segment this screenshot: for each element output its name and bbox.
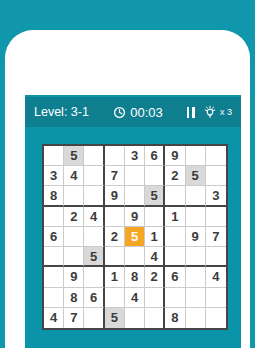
sudoku-cell-r8c3[interactable]: 6 xyxy=(84,288,104,308)
sudoku-cell-r6c7[interactable] xyxy=(165,247,185,267)
sudoku-cell-r3c5[interactable] xyxy=(125,186,145,206)
sudoku-cell-r7c9[interactable]: 4 xyxy=(206,267,226,287)
sudoku-cell-r2c7[interactable]: 2 xyxy=(165,166,185,186)
sudoku-cell-r5c8[interactable]: 9 xyxy=(186,227,206,247)
game-screen: Level: 3-1 00:03 xyxy=(25,95,241,348)
sudoku-cell-r3c6[interactable]: 5 xyxy=(145,186,165,206)
sudoku-cell-r2c6[interactable] xyxy=(145,166,165,186)
sudoku-cell-r7c4[interactable]: 1 xyxy=(105,267,125,287)
sudoku-cell-r2c4[interactable]: 7 xyxy=(105,166,125,186)
sudoku-cell-r2c2[interactable]: 4 xyxy=(64,166,84,186)
sudoku-cell-r4c7[interactable]: 1 xyxy=(165,207,185,227)
sudoku-cell-r6c8[interactable] xyxy=(186,247,206,267)
hint-count: x 3 xyxy=(220,107,232,117)
sudoku-cell-r8c4[interactable] xyxy=(105,288,125,308)
sudoku-board: 53693472589532491625197549182648644758 xyxy=(42,144,228,330)
sudoku-cell-r1c4[interactable] xyxy=(105,146,125,166)
sudoku-cell-r3c8[interactable] xyxy=(186,186,206,206)
sudoku-cell-r9c5[interactable] xyxy=(125,308,145,328)
sudoku-cell-r6c2[interactable] xyxy=(64,247,84,267)
sudoku-cell-r8c6[interactable] xyxy=(145,288,165,308)
sudoku-cell-r6c3[interactable]: 5 xyxy=(84,247,104,267)
sudoku-cell-r7c8[interactable] xyxy=(186,267,206,287)
sudoku-cell-r2c8[interactable]: 5 xyxy=(186,166,206,186)
sudoku-cell-r5c1[interactable]: 6 xyxy=(44,227,64,247)
sudoku-cell-r1c6[interactable]: 6 xyxy=(145,146,165,166)
sudoku-cell-r4c9[interactable] xyxy=(206,207,226,227)
sudoku-cell-r6c5[interactable] xyxy=(125,247,145,267)
sudoku-cell-r1c7[interactable]: 9 xyxy=(165,146,185,166)
sudoku-cell-r4c3[interactable]: 4 xyxy=(84,207,104,227)
header-bar: Level: 3-1 00:03 xyxy=(25,97,241,127)
sudoku-cell-r7c2[interactable]: 9 xyxy=(64,267,84,287)
phone-mockup: Level: 3-1 00:03 xyxy=(5,30,250,348)
sudoku-cell-r7c1[interactable] xyxy=(44,267,64,287)
sudoku-cell-r3c1[interactable]: 8 xyxy=(44,186,64,206)
sudoku-cell-r6c6[interactable]: 4 xyxy=(145,247,165,267)
sudoku-cell-r4c1[interactable] xyxy=(44,207,64,227)
sudoku-cell-r4c2[interactable]: 2 xyxy=(64,207,84,227)
sudoku-cell-r9c1[interactable]: 4 xyxy=(44,308,64,328)
sudoku-cell-r5c2[interactable] xyxy=(64,227,84,247)
sudoku-cell-r8c1[interactable] xyxy=(44,288,64,308)
sudoku-cell-r1c8[interactable] xyxy=(186,146,206,166)
sudoku-cell-r5c3[interactable] xyxy=(84,227,104,247)
level-label: Level: 3-1 xyxy=(34,105,89,119)
sudoku-cell-r3c7[interactable] xyxy=(165,186,185,206)
sudoku-cell-r7c7[interactable]: 6 xyxy=(165,267,185,287)
sudoku-cell-r2c5[interactable] xyxy=(125,166,145,186)
sudoku-cell-r3c9[interactable]: 3 xyxy=(206,186,226,206)
sudoku-cell-r3c3[interactable] xyxy=(84,186,104,206)
sudoku-cell-r4c8[interactable] xyxy=(186,207,206,227)
sudoku-cell-r9c4[interactable]: 5 xyxy=(105,308,125,328)
sudoku-cell-r2c1[interactable]: 3 xyxy=(44,166,64,186)
sudoku-cell-r3c4[interactable]: 9 xyxy=(105,186,125,206)
sudoku-cell-r5c5[interactable]: 5 xyxy=(125,227,145,247)
sudoku-cell-r9c7[interactable]: 8 xyxy=(165,308,185,328)
sudoku-cell-r2c9[interactable] xyxy=(206,166,226,186)
sudoku-cell-r6c9[interactable] xyxy=(206,247,226,267)
lightbulb-icon xyxy=(202,105,218,119)
hint-button[interactable]: x 3 xyxy=(202,105,232,119)
sudoku-cell-r8c2[interactable]: 8 xyxy=(64,288,84,308)
sudoku-cell-r8c5[interactable]: 4 xyxy=(125,288,145,308)
sudoku-cell-r5c7[interactable] xyxy=(165,227,185,247)
sudoku-cell-r3c2[interactable] xyxy=(64,186,84,206)
volume-up-button xyxy=(7,118,12,135)
sudoku-cell-r7c6[interactable]: 2 xyxy=(145,267,165,287)
sudoku-cell-r5c4[interactable]: 2 xyxy=(105,227,125,247)
sudoku-cell-r4c4[interactable] xyxy=(105,207,125,227)
sudoku-cell-r4c6[interactable] xyxy=(145,207,165,227)
clock-icon xyxy=(113,106,126,119)
sudoku-cell-r6c1[interactable] xyxy=(44,247,64,267)
sudoku-cell-r9c6[interactable] xyxy=(145,308,165,328)
sudoku-cell-r9c8[interactable] xyxy=(186,308,206,328)
sudoku-cell-r1c1[interactable] xyxy=(44,146,64,166)
sudoku-cell-r1c2[interactable]: 5 xyxy=(64,146,84,166)
timer-group: 00:03 xyxy=(113,105,163,120)
sudoku-cell-r9c2[interactable]: 7 xyxy=(64,308,84,328)
pause-icon[interactable] xyxy=(187,107,195,118)
sudoku-cell-r5c9[interactable]: 7 xyxy=(206,227,226,247)
sudoku-cell-r9c9[interactable] xyxy=(206,308,226,328)
sudoku-cell-r8c7[interactable] xyxy=(165,288,185,308)
sudoku-cell-r9c3[interactable] xyxy=(84,308,104,328)
sudoku-cell-r1c9[interactable] xyxy=(206,146,226,166)
sudoku-cell-r1c3[interactable] xyxy=(84,146,104,166)
sudoku-cell-r1c5[interactable]: 3 xyxy=(125,146,145,166)
sudoku-cell-r4c5[interactable]: 9 xyxy=(125,207,145,227)
sudoku-cell-r2c3[interactable] xyxy=(84,166,104,186)
power-button xyxy=(244,153,249,178)
header-actions: x 3 xyxy=(187,105,232,119)
sudoku-cell-r8c9[interactable] xyxy=(206,288,226,308)
sudoku-cell-r7c3[interactable] xyxy=(84,267,104,287)
timer-value: 00:03 xyxy=(130,105,163,120)
volume-down-button xyxy=(7,172,12,187)
sudoku-cell-r6c4[interactable] xyxy=(105,247,125,267)
sudoku-cell-r8c8[interactable] xyxy=(186,288,206,308)
sudoku-cell-r5c6[interactable]: 1 xyxy=(145,227,165,247)
sudoku-cell-r7c5[interactable]: 8 xyxy=(125,267,145,287)
